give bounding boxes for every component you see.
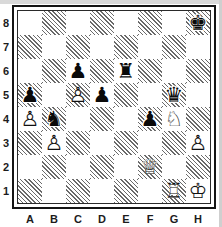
piece-black-knight[interactable]: ♞ <box>42 107 66 131</box>
file-label-h: H <box>186 213 210 225</box>
black-queen-icon: ♛ <box>162 83 186 107</box>
piece-white-rook[interactable]: ♜♖ <box>162 179 186 203</box>
square-h6[interactable] <box>186 59 210 83</box>
white-pawn-icon: ♙ <box>186 131 210 155</box>
file-label-g: G <box>162 213 186 225</box>
piece-white-pawn[interactable]: ♟♙ <box>18 107 42 131</box>
square-a5[interactable]: ♟ <box>18 83 42 107</box>
piece-black-pawn[interactable]: ♟ <box>90 83 114 107</box>
square-c1[interactable] <box>66 179 90 203</box>
square-e3[interactable] <box>114 131 138 155</box>
square-c2[interactable] <box>66 155 90 179</box>
black-king-icon: ♚ <box>186 11 210 35</box>
square-d1[interactable] <box>90 179 114 203</box>
white-pawn-icon: ♙ <box>66 83 90 107</box>
square-f5[interactable] <box>138 83 162 107</box>
chess-board: ♚♟♜♟♟♙♟♛♟♙♞♟♞♘♟♙♟♙♛♕♜♖♚♔ <box>17 10 211 204</box>
square-d5[interactable]: ♟ <box>90 83 114 107</box>
square-b8[interactable] <box>42 11 66 35</box>
square-g4[interactable]: ♞♘ <box>162 107 186 131</box>
square-f1[interactable] <box>138 179 162 203</box>
black-pawn-icon: ♟ <box>90 83 114 107</box>
square-g1[interactable]: ♜♖ <box>162 179 186 203</box>
piece-black-queen[interactable]: ♛ <box>162 83 186 107</box>
square-e7[interactable] <box>114 35 138 59</box>
square-c6[interactable]: ♟ <box>66 59 90 83</box>
file-label-d: D <box>90 213 114 225</box>
rank-label-3: 3 <box>0 131 12 155</box>
piece-white-knight[interactable]: ♞♘ <box>162 107 186 131</box>
square-h2[interactable] <box>186 155 210 179</box>
square-h8[interactable]: ♚ <box>186 11 210 35</box>
square-f8[interactable] <box>138 11 162 35</box>
square-e5[interactable] <box>114 83 138 107</box>
square-e4[interactable] <box>114 107 138 131</box>
square-a2[interactable] <box>18 155 42 179</box>
white-queen-icon: ♕ <box>138 155 162 179</box>
file-label-a: A <box>18 213 42 225</box>
rank-label-8: 8 <box>0 11 12 35</box>
square-g8[interactable] <box>162 11 186 35</box>
rank-labels: 87654321 <box>0 5 12 209</box>
square-c3[interactable] <box>66 131 90 155</box>
white-king-icon: ♔ <box>186 179 210 203</box>
square-a4[interactable]: ♟♙ <box>18 107 42 131</box>
square-h7[interactable] <box>186 35 210 59</box>
square-b2[interactable] <box>42 155 66 179</box>
black-pawn-icon: ♟ <box>18 83 42 107</box>
chess-diagram: 87654321 ♚♟♜♟♟♙♟♛♟♙♞♟♞♘♟♙♟♙♛♕♜♖♚♔ ABCDEF… <box>0 5 216 225</box>
square-f2[interactable]: ♛♕ <box>138 155 162 179</box>
square-g6[interactable] <box>162 59 186 83</box>
file-label-c: C <box>66 213 90 225</box>
rank-label-4: 4 <box>0 107 12 131</box>
file-labels: ABCDEFGH <box>12 209 216 225</box>
file-label-b: B <box>42 213 66 225</box>
scan-edge-top <box>0 0 222 4</box>
square-c7[interactable] <box>66 35 90 59</box>
white-pawn-icon: ♙ <box>18 107 42 131</box>
square-h4[interactable] <box>186 107 210 131</box>
square-h1[interactable]: ♚♔ <box>186 179 210 203</box>
square-b6[interactable] <box>42 59 66 83</box>
rank-label-6: 6 <box>0 59 12 83</box>
white-knight-icon: ♘ <box>162 107 186 131</box>
file-label-e: E <box>114 213 138 225</box>
rank-label-5: 5 <box>0 83 12 107</box>
square-g7[interactable] <box>162 35 186 59</box>
board-frame: ♚♟♜♟♟♙♟♛♟♙♞♟♞♘♟♙♟♙♛♕♜♖♚♔ <box>12 5 216 209</box>
rank-label-2: 2 <box>0 155 12 179</box>
piece-black-pawn[interactable]: ♟ <box>18 83 42 107</box>
square-a7[interactable] <box>18 35 42 59</box>
square-h3[interactable]: ♟♙ <box>186 131 210 155</box>
black-pawn-icon: ♟ <box>138 107 162 131</box>
piece-white-pawn[interactable]: ♟♙ <box>66 83 90 107</box>
rank-label-1: 1 <box>0 179 12 203</box>
scan-edge-right <box>219 0 222 227</box>
piece-white-king[interactable]: ♚♔ <box>186 179 210 203</box>
square-a6[interactable] <box>18 59 42 83</box>
rank-label-7: 7 <box>0 35 12 59</box>
piece-black-pawn[interactable]: ♟ <box>66 59 90 83</box>
square-b3[interactable]: ♟♙ <box>42 131 66 155</box>
square-f4[interactable]: ♟ <box>138 107 162 131</box>
piece-white-pawn[interactable]: ♟♙ <box>186 131 210 155</box>
square-d3[interactable] <box>90 131 114 155</box>
square-e2[interactable] <box>114 155 138 179</box>
piece-black-rook[interactable]: ♜ <box>114 59 138 83</box>
square-g5[interactable]: ♛ <box>162 83 186 107</box>
square-e1[interactable] <box>114 179 138 203</box>
square-e8[interactable] <box>114 11 138 35</box>
square-a8[interactable] <box>18 11 42 35</box>
square-b4[interactable]: ♞ <box>42 107 66 131</box>
square-d7[interactable] <box>90 35 114 59</box>
white-rook-icon: ♖ <box>162 179 186 203</box>
square-b1[interactable] <box>42 179 66 203</box>
square-f3[interactable] <box>138 131 162 155</box>
black-pawn-icon: ♟ <box>66 59 90 83</box>
piece-black-pawn[interactable]: ♟ <box>138 107 162 131</box>
square-g2[interactable] <box>162 155 186 179</box>
file-label-f: F <box>138 213 162 225</box>
chess-diagram-page: 87654321 ♚♟♜♟♟♙♟♛♟♙♞♟♞♘♟♙♟♙♛♕♜♖♚♔ ABCDEF… <box>0 0 222 227</box>
black-rook-icon: ♜ <box>114 59 138 83</box>
square-d8[interactable] <box>90 11 114 35</box>
square-h5[interactable] <box>186 83 210 107</box>
square-c8[interactable] <box>66 11 90 35</box>
square-f7[interactable] <box>138 35 162 59</box>
square-b5[interactable] <box>42 83 66 107</box>
square-a3[interactable] <box>18 131 42 155</box>
piece-black-king[interactable]: ♚ <box>186 11 210 35</box>
white-pawn-icon: ♙ <box>42 131 66 155</box>
square-f6[interactable] <box>138 59 162 83</box>
piece-white-queen[interactable]: ♛♕ <box>138 155 162 179</box>
square-c4[interactable] <box>66 107 90 131</box>
square-d2[interactable] <box>90 155 114 179</box>
square-e6[interactable]: ♜ <box>114 59 138 83</box>
piece-white-pawn[interactable]: ♟♙ <box>42 131 66 155</box>
square-a1[interactable] <box>18 179 42 203</box>
square-c5[interactable]: ♟♙ <box>66 83 90 107</box>
black-knight-icon: ♞ <box>42 107 66 131</box>
square-g3[interactable] <box>162 131 186 155</box>
square-d6[interactable] <box>90 59 114 83</box>
square-b7[interactable] <box>42 35 66 59</box>
square-d4[interactable] <box>90 107 114 131</box>
